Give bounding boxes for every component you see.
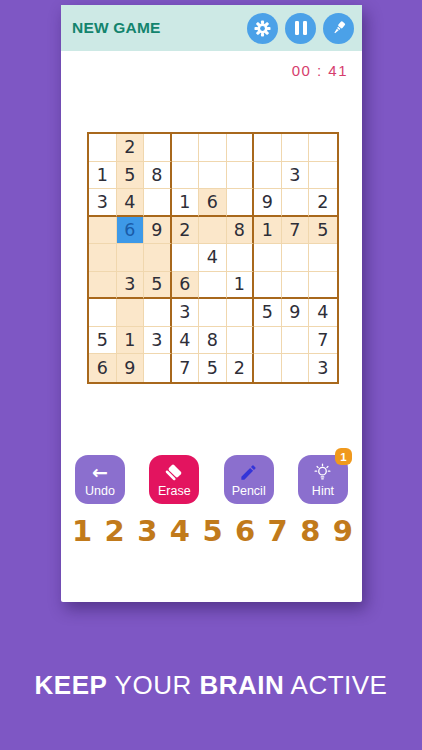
- cell-r7c1[interactable]: [89, 299, 117, 327]
- erase-button[interactable]: Erase: [149, 455, 199, 504]
- cell-r8c1[interactable]: 5: [89, 327, 117, 355]
- cell-r3c7[interactable]: 9: [254, 189, 282, 217]
- cell-r2c3[interactable]: 8: [144, 162, 172, 190]
- settings-button[interactable]: [247, 13, 278, 44]
- hint-badge: 1: [335, 448, 352, 465]
- cell-r7c5[interactable]: [199, 299, 227, 327]
- cell-r6c2[interactable]: 3: [117, 272, 145, 300]
- cell-r7c2[interactable]: [117, 299, 145, 327]
- cell-r2c5[interactable]: [199, 162, 227, 190]
- cell-r6c9[interactable]: [309, 272, 337, 300]
- cell-r7c7[interactable]: 5: [254, 299, 282, 327]
- cell-r1c7[interactable]: [254, 134, 282, 162]
- tagline-word: BRAIN: [199, 670, 284, 700]
- cell-r9c9[interactable]: 3: [309, 354, 337, 382]
- sudoku-board: 215833416926928175435613594513487697523: [87, 132, 339, 384]
- cell-r5c7[interactable]: [254, 244, 282, 272]
- cell-r9c1[interactable]: 6: [89, 354, 117, 382]
- numpad-2[interactable]: 2: [105, 514, 125, 548]
- cell-r8c9[interactable]: 7: [309, 327, 337, 355]
- cell-r6c7[interactable]: [254, 272, 282, 300]
- pencil-label: Pencil: [232, 484, 266, 498]
- theme-button[interactable]: [323, 13, 354, 44]
- cell-r4c4[interactable]: 2: [172, 217, 200, 245]
- numpad-5[interactable]: 5: [202, 514, 222, 548]
- timer: 00 : 41: [292, 62, 348, 79]
- lightbulb-icon: [312, 462, 333, 483]
- cell-r8c2[interactable]: 1: [117, 327, 145, 355]
- cell-r5c5[interactable]: 4: [199, 244, 227, 272]
- numpad-7[interactable]: 7: [268, 514, 288, 548]
- control-bar: ← Undo Erase Pencil 1: [75, 455, 348, 504]
- cell-r4c1[interactable]: [89, 217, 117, 245]
- cell-r7c8[interactable]: 9: [282, 299, 310, 327]
- undo-button[interactable]: ← Undo: [75, 455, 125, 504]
- cell-r1c3[interactable]: [144, 134, 172, 162]
- cell-r4c3[interactable]: 9: [144, 217, 172, 245]
- cell-r7c9[interactable]: 4: [309, 299, 337, 327]
- cell-r7c6[interactable]: [227, 299, 255, 327]
- header-bar: NEW GAME: [61, 5, 362, 51]
- cell-r4c2[interactable]: 6: [117, 217, 145, 245]
- cell-r6c6[interactable]: 1: [227, 272, 255, 300]
- brush-icon: [330, 19, 348, 37]
- number-pad: 123456789: [72, 514, 353, 548]
- tagline: KEEP YOUR BRAIN ACTIVE: [0, 670, 422, 701]
- cell-r5c1[interactable]: [89, 244, 117, 272]
- cell-r1c6[interactable]: [227, 134, 255, 162]
- cell-r4c8[interactable]: 7: [282, 217, 310, 245]
- cell-r9c4[interactable]: 7: [172, 354, 200, 382]
- cell-r1c4[interactable]: [172, 134, 200, 162]
- numpad-8[interactable]: 8: [300, 514, 320, 548]
- cell-r9c6[interactable]: 2: [227, 354, 255, 382]
- cell-r9c5[interactable]: 5: [199, 354, 227, 382]
- cell-r6c4[interactable]: 6: [172, 272, 200, 300]
- erase-label: Erase: [158, 484, 191, 498]
- cell-r2c8[interactable]: 3: [282, 162, 310, 190]
- cell-r2c2[interactable]: 5: [117, 162, 145, 190]
- cell-r6c5[interactable]: [199, 272, 227, 300]
- tagline-word: YOUR: [115, 670, 200, 700]
- cell-r3c1[interactable]: 3: [89, 189, 117, 217]
- cell-r6c3[interactable]: 5: [144, 272, 172, 300]
- cell-r8c5[interactable]: 8: [199, 327, 227, 355]
- cell-r2c9[interactable]: [309, 162, 337, 190]
- cell-r5c9[interactable]: [309, 244, 337, 272]
- numpad-3[interactable]: 3: [137, 514, 157, 548]
- undo-arrow-icon: ←: [92, 462, 108, 482]
- cell-r4c6[interactable]: 8: [227, 217, 255, 245]
- cell-r1c1[interactable]: [89, 134, 117, 162]
- cell-r3c3[interactable]: [144, 189, 172, 217]
- header-buttons: [247, 13, 354, 44]
- cell-r4c9[interactable]: 5: [309, 217, 337, 245]
- cell-r9c7[interactable]: [254, 354, 282, 382]
- cell-r9c8[interactable]: [282, 354, 310, 382]
- cell-r8c8[interactable]: [282, 327, 310, 355]
- cell-r8c3[interactable]: 3: [144, 327, 172, 355]
- cell-r7c4[interactable]: 3: [172, 299, 200, 327]
- numpad-1[interactable]: 1: [72, 514, 92, 548]
- cell-r2c7[interactable]: [254, 162, 282, 190]
- cell-r3c8[interactable]: [282, 189, 310, 217]
- hint-button[interactable]: 1 Hint: [298, 455, 348, 504]
- cell-r2c1[interactable]: 1: [89, 162, 117, 190]
- cell-r5c3[interactable]: [144, 244, 172, 272]
- cell-r6c8[interactable]: [282, 272, 310, 300]
- cell-r5c8[interactable]: [282, 244, 310, 272]
- pencil-button[interactable]: Pencil: [224, 455, 274, 504]
- eraser-icon: [163, 461, 185, 483]
- cell-r3c6[interactable]: [227, 189, 255, 217]
- pause-button[interactable]: [285, 13, 316, 44]
- cell-r1c9[interactable]: [309, 134, 337, 162]
- cell-r1c2[interactable]: 2: [117, 134, 145, 162]
- cell-r4c7[interactable]: 1: [254, 217, 282, 245]
- cell-r5c4[interactable]: [172, 244, 200, 272]
- cell-r1c8[interactable]: [282, 134, 310, 162]
- undo-label: Undo: [85, 484, 115, 498]
- cell-r8c6[interactable]: [227, 327, 255, 355]
- cell-r8c7[interactable]: [254, 327, 282, 355]
- cell-r2c6[interactable]: [227, 162, 255, 190]
- hint-label: Hint: [312, 484, 334, 498]
- pencil-icon: [239, 463, 258, 482]
- numpad-6[interactable]: 6: [235, 514, 255, 548]
- cell-r6c1[interactable]: [89, 272, 117, 300]
- cell-r5c6[interactable]: [227, 244, 255, 272]
- game-card: NEW GAME: [61, 5, 362, 602]
- cell-r5c2[interactable]: [117, 244, 145, 272]
- cell-r3c9[interactable]: 2: [309, 189, 337, 217]
- page-title: NEW GAME: [72, 19, 161, 37]
- cell-r9c2[interactable]: 9: [117, 354, 145, 382]
- numpad-9[interactable]: 9: [333, 514, 353, 548]
- cell-r1c5[interactable]: [199, 134, 227, 162]
- tagline-word: KEEP: [35, 670, 115, 700]
- cell-r3c4[interactable]: 1: [172, 189, 200, 217]
- tagline-word: ACTIVE: [284, 670, 387, 700]
- cell-r3c2[interactable]: 4: [117, 189, 145, 217]
- cell-r2c4[interactable]: [172, 162, 200, 190]
- cell-r9c3[interactable]: [144, 354, 172, 382]
- cell-r7c3[interactable]: [144, 299, 172, 327]
- pause-icon: [295, 21, 307, 35]
- numpad-4[interactable]: 4: [170, 514, 190, 548]
- cell-r8c4[interactable]: 4: [172, 327, 200, 355]
- cell-r4c5[interactable]: [199, 217, 227, 245]
- cell-r3c5[interactable]: 6: [199, 189, 227, 217]
- gear-icon: [254, 20, 271, 37]
